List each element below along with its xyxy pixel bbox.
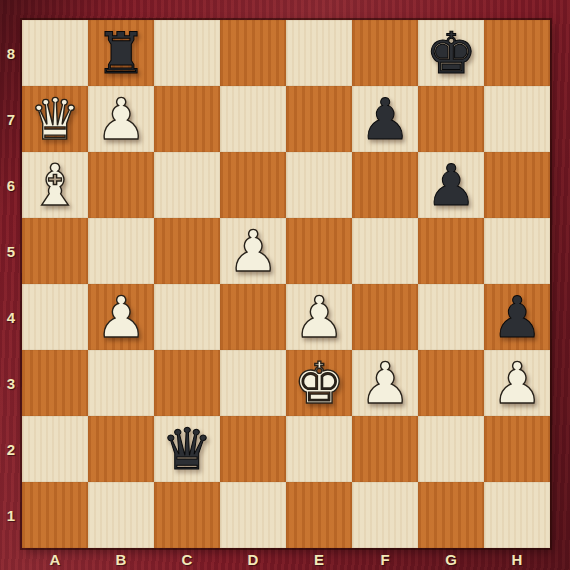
file-label-d: D [220, 548, 286, 570]
square-a6[interactable]: ♝ [22, 152, 88, 218]
white-bishop-a6[interactable]: ♝ [29, 157, 80, 214]
white-pawn-e4[interactable]: ♟ [293, 289, 344, 346]
square-h7[interactable] [484, 86, 550, 152]
square-d3[interactable] [220, 350, 286, 416]
rank-label-3: 3 [0, 350, 22, 416]
square-b8[interactable]: ♜ [88, 20, 154, 86]
square-h8[interactable] [484, 20, 550, 86]
square-c4[interactable] [154, 284, 220, 350]
square-c2[interactable]: ♛ [154, 416, 220, 482]
square-g5[interactable] [418, 218, 484, 284]
file-label-b: B [88, 548, 154, 570]
square-f1[interactable] [352, 482, 418, 548]
square-g3[interactable] [418, 350, 484, 416]
file-label-h: H [484, 548, 550, 570]
square-c5[interactable] [154, 218, 220, 284]
square-h5[interactable] [484, 218, 550, 284]
square-f7[interactable]: ♟ [352, 86, 418, 152]
board-frame: ♜♚♛♟♟♝♟♟♟♟♟♚♟♟♛ 87654321 ABCDEFGH [0, 0, 570, 570]
square-f2[interactable] [352, 416, 418, 482]
square-a5[interactable] [22, 218, 88, 284]
square-h1[interactable] [484, 482, 550, 548]
square-a4[interactable] [22, 284, 88, 350]
square-f6[interactable] [352, 152, 418, 218]
square-b6[interactable] [88, 152, 154, 218]
square-d6[interactable] [220, 152, 286, 218]
square-f5[interactable] [352, 218, 418, 284]
rank-label-2: 2 [0, 416, 22, 482]
black-pawn-h4[interactable]: ♟ [491, 289, 542, 346]
square-a3[interactable] [22, 350, 88, 416]
square-c1[interactable] [154, 482, 220, 548]
square-g6[interactable]: ♟ [418, 152, 484, 218]
square-d1[interactable] [220, 482, 286, 548]
square-h4[interactable]: ♟ [484, 284, 550, 350]
square-g8[interactable]: ♚ [418, 20, 484, 86]
rank-label-8: 8 [0, 20, 22, 86]
square-e6[interactable] [286, 152, 352, 218]
black-queen-c2[interactable]: ♛ [161, 421, 212, 478]
square-c6[interactable] [154, 152, 220, 218]
white-pawn-b4[interactable]: ♟ [95, 289, 146, 346]
square-a8[interactable] [22, 20, 88, 86]
file-label-g: G [418, 548, 484, 570]
rank-label-5: 5 [0, 218, 22, 284]
square-d2[interactable] [220, 416, 286, 482]
square-g1[interactable] [418, 482, 484, 548]
square-e1[interactable] [286, 482, 352, 548]
square-a1[interactable] [22, 482, 88, 548]
rank-label-7: 7 [0, 86, 22, 152]
square-e5[interactable] [286, 218, 352, 284]
square-f3[interactable]: ♟ [352, 350, 418, 416]
white-pawn-f3[interactable]: ♟ [359, 355, 410, 412]
square-a2[interactable] [22, 416, 88, 482]
square-b4[interactable]: ♟ [88, 284, 154, 350]
square-e2[interactable] [286, 416, 352, 482]
black-pawn-g6[interactable]: ♟ [425, 157, 476, 214]
square-f4[interactable] [352, 284, 418, 350]
square-d8[interactable] [220, 20, 286, 86]
square-b5[interactable] [88, 218, 154, 284]
square-h6[interactable] [484, 152, 550, 218]
rank-label-6: 6 [0, 152, 22, 218]
square-d5[interactable]: ♟ [220, 218, 286, 284]
file-label-c: C [154, 548, 220, 570]
square-g2[interactable] [418, 416, 484, 482]
square-c8[interactable] [154, 20, 220, 86]
square-g7[interactable] [418, 86, 484, 152]
square-e3[interactable]: ♚ [286, 350, 352, 416]
file-label-a: A [22, 548, 88, 570]
white-pawn-b7[interactable]: ♟ [95, 91, 146, 148]
black-king-g8[interactable]: ♚ [425, 25, 476, 82]
square-a7[interactable]: ♛ [22, 86, 88, 152]
square-d4[interactable] [220, 284, 286, 350]
square-e8[interactable] [286, 20, 352, 86]
square-b1[interactable] [88, 482, 154, 548]
square-e7[interactable] [286, 86, 352, 152]
rank-labels: 87654321 [0, 20, 22, 548]
square-g4[interactable] [418, 284, 484, 350]
file-labels: ABCDEFGH [22, 548, 550, 570]
square-b7[interactable]: ♟ [88, 86, 154, 152]
square-h2[interactable] [484, 416, 550, 482]
square-d7[interactable] [220, 86, 286, 152]
square-e4[interactable]: ♟ [286, 284, 352, 350]
board: ♜♚♛♟♟♝♟♟♟♟♟♚♟♟♛ [22, 20, 550, 548]
white-queen-a7[interactable]: ♛ [29, 91, 80, 148]
square-b2[interactable] [88, 416, 154, 482]
black-pawn-f7[interactable]: ♟ [359, 91, 410, 148]
file-label-f: F [352, 548, 418, 570]
rank-label-1: 1 [0, 482, 22, 548]
square-c3[interactable] [154, 350, 220, 416]
square-c7[interactable] [154, 86, 220, 152]
black-rook-b8[interactable]: ♜ [95, 25, 146, 82]
square-b3[interactable] [88, 350, 154, 416]
white-pawn-h3[interactable]: ♟ [491, 355, 542, 412]
white-king-e3[interactable]: ♚ [293, 355, 344, 412]
square-h3[interactable]: ♟ [484, 350, 550, 416]
rank-label-4: 4 [0, 284, 22, 350]
square-f8[interactable] [352, 20, 418, 86]
file-label-e: E [286, 548, 352, 570]
white-pawn-d5[interactable]: ♟ [227, 223, 278, 280]
